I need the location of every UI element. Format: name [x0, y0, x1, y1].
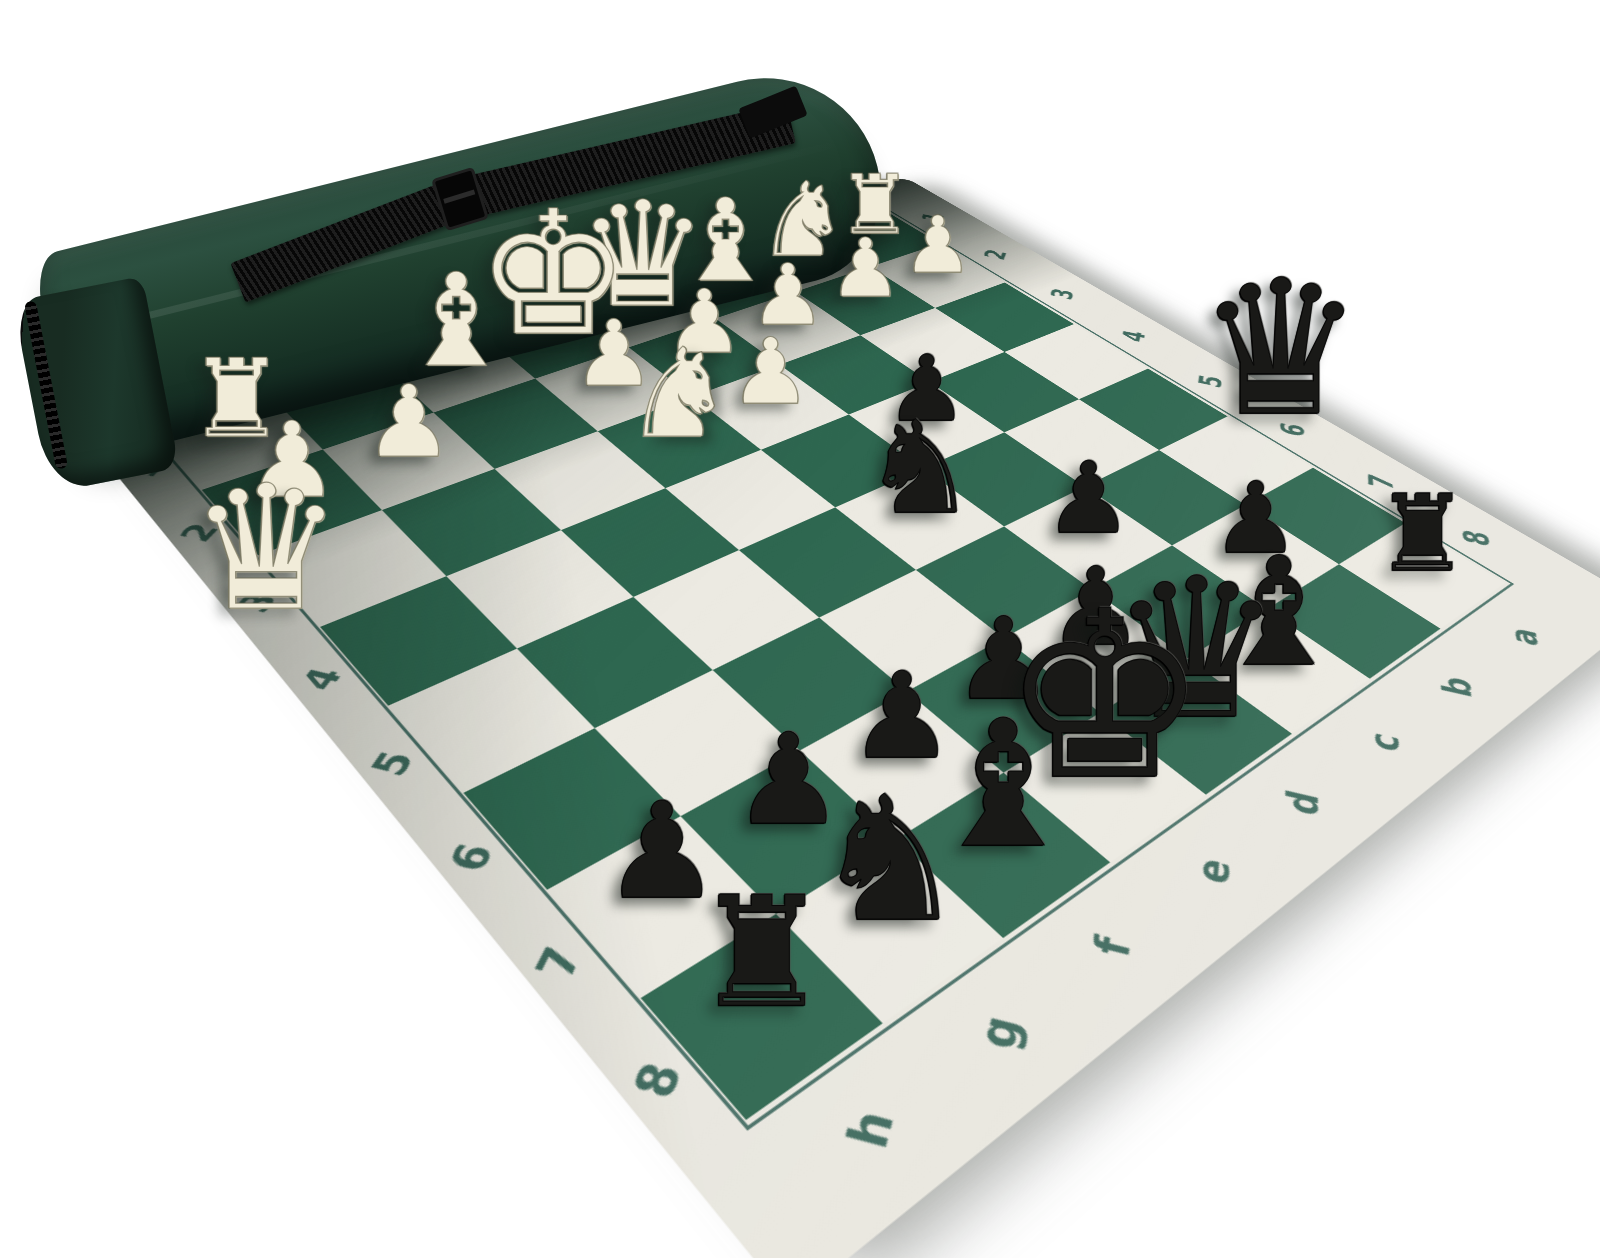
rank-label-right-3: 3	[1047, 287, 1078, 302]
rank-label-right-4: 4	[1118, 328, 1150, 344]
piece-wP-d3: ♟	[730, 325, 812, 416]
rank-label-left-8: 8	[625, 1057, 689, 1103]
piece-wQ-margin: ♛	[189, 463, 343, 635]
file-label-bottom-a: a	[1504, 624, 1544, 648]
rank-label-left-5: 5	[363, 747, 421, 779]
file-label-bottom-b: b	[1437, 673, 1478, 700]
file-label-bottom-f: f	[1087, 933, 1137, 961]
piece-bN-d5: ♞	[862, 404, 977, 532]
piece-bQ-margin: ♛	[1197, 256, 1364, 442]
file-label-bottom-c: c	[1363, 729, 1404, 755]
file-label-bottom-d: d	[1281, 787, 1325, 819]
rank-label-left-7: 7	[528, 942, 590, 982]
piece-wP-b2: ♟	[829, 228, 902, 309]
piece-bN-g8: ♞	[813, 774, 967, 946]
file-label-bottom-h: h	[839, 1105, 901, 1153]
piece-bP-c6: ♟	[1044, 449, 1132, 547]
piece-bR-h8: ♜	[694, 877, 830, 1029]
piece-wN-e3: ♞	[624, 332, 735, 455]
chess-set-product-photo: 11hh22gg33ff44ee55dd66cc77bb88aa ♜♞♟♝♟♛♟…	[0, 0, 1600, 1258]
rank-label-left-4: 4	[294, 664, 350, 693]
piece-bR-a8: ♜	[1375, 481, 1470, 587]
piece-wP-a2: ♟	[902, 206, 972, 284]
file-label-bottom-g: g	[970, 1011, 1026, 1054]
file-label-bottom-e: e	[1189, 854, 1236, 888]
piece-wP-g2: ♟	[364, 372, 453, 471]
rank-label-right-2: 2	[980, 248, 1011, 262]
rank-label-left-6: 6	[441, 839, 501, 875]
